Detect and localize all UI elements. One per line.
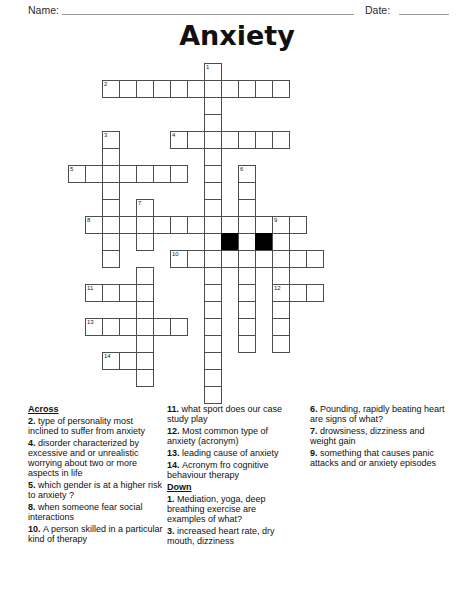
clue-across-14: 14. Acronym fro cognitive behaviour ther… [167, 460, 292, 480]
grid-cell[interactable] [102, 250, 120, 268]
grid-cell[interactable] [204, 182, 222, 200]
grid-cell[interactable] [136, 352, 154, 370]
clue-number: 2 [104, 81, 107, 87]
grid-cell[interactable] [136, 165, 154, 183]
grid-cell[interactable] [204, 301, 222, 319]
grid-cell[interactable] [153, 165, 171, 183]
grid-cell[interactable] [238, 182, 256, 200]
grid-cell[interactable] [221, 80, 239, 98]
grid-cell[interactable] [204, 80, 222, 98]
grid-cell[interactable] [102, 216, 120, 234]
grid-cell[interactable] [102, 182, 120, 200]
grid-cell[interactable] [136, 369, 154, 387]
grid-cell[interactable] [221, 216, 239, 234]
grid-cell[interactable] [153, 80, 171, 98]
grid-cell[interactable]: 10 [170, 250, 188, 268]
grid-cell[interactable] [119, 352, 137, 370]
grid-cell[interactable] [306, 284, 324, 302]
grid-cell[interactable] [255, 131, 273, 149]
grid-cell[interactable] [272, 301, 290, 319]
grid-cell[interactable]: 2 [102, 80, 120, 98]
grid-cell[interactable] [204, 97, 222, 115]
clue-number: 11 [87, 285, 93, 291]
grid-cell[interactable] [255, 250, 273, 268]
grid-cell[interactable] [136, 216, 154, 234]
grid-cell[interactable] [204, 386, 222, 404]
grid-cell[interactable] [119, 80, 137, 98]
grid-cell[interactable] [187, 216, 205, 234]
grid-cell[interactable] [204, 250, 222, 268]
clue-number: 5 [70, 166, 73, 172]
clue-across-13: 13. leading cause of anxiety [167, 448, 292, 458]
crossword-grid: 1234567891011121314 [68, 63, 324, 404]
clue-across-8: 8. when someone fear social interactions [28, 502, 164, 522]
grid-cell[interactable] [187, 250, 205, 268]
grid-cell[interactable] [238, 335, 256, 353]
grid-cell[interactable] [238, 284, 256, 302]
clue-number: 1 [206, 64, 209, 70]
grid-cell[interactable]: 5 [68, 165, 86, 183]
grid-cell[interactable] [289, 250, 307, 268]
grid-cell[interactable]: 1 [204, 63, 222, 81]
clue-down-3: 3. increased heart rate, dry mouth, dizz… [167, 526, 292, 546]
grid-cell[interactable] [238, 216, 256, 234]
grid-cell[interactable] [272, 335, 290, 353]
clue-down-9: 9. something that causes panic attacks a… [310, 448, 445, 468]
grid-cell[interactable] [204, 267, 222, 285]
grid-cell[interactable] [204, 165, 222, 183]
grid-cell[interactable] [255, 80, 273, 98]
clue-across-5: 5. which gender is at a higher risk to a… [28, 480, 164, 500]
grid-cell[interactable] [119, 318, 137, 336]
grid-cell[interactable] [136, 267, 154, 285]
clue-number: 3 [104, 132, 107, 138]
grid-cell[interactable] [204, 318, 222, 336]
black-cell [255, 233, 273, 251]
grid-cell[interactable] [204, 284, 222, 302]
grid-cell[interactable] [238, 131, 256, 149]
grid-cell[interactable] [204, 369, 222, 387]
grid-cell[interactable] [119, 216, 137, 234]
grid-cell[interactable] [187, 131, 205, 149]
grid-cell[interactable] [102, 318, 120, 336]
grid-cell[interactable]: 14 [102, 352, 120, 370]
grid-cell[interactable] [170, 80, 188, 98]
grid-cell[interactable] [272, 233, 290, 251]
grid-cell[interactable] [238, 318, 256, 336]
grid-cell[interactable]: 13 [85, 318, 103, 336]
grid-cell[interactable] [204, 148, 222, 166]
grid-cell[interactable]: 7 [136, 199, 154, 217]
grid-cell[interactable] [272, 131, 290, 149]
grid-cell[interactable] [221, 250, 239, 268]
grid-cell[interactable] [238, 267, 256, 285]
grid-cell[interactable] [272, 250, 290, 268]
grid-cell[interactable] [204, 335, 222, 353]
grid-cell[interactable] [85, 165, 103, 183]
clue-across-2: 2. type of personality most inclined to … [28, 416, 164, 436]
clue-down-6: 6. Pounding, rapidly beating heart are s… [310, 404, 445, 424]
worksheet-page: Name: Date: Anxiety 1234567891011121314 … [0, 0, 474, 613]
grid-cell[interactable] [289, 284, 307, 302]
clue-across-12: 12. Most common type of anxiety (acronym… [167, 426, 292, 446]
name-label: Name: [28, 4, 59, 16]
grid-cell[interactable]: 4 [170, 131, 188, 149]
grid-cell[interactable]: 12 [272, 284, 290, 302]
clue-column-1: Across2. type of personality most inclin… [28, 404, 164, 546]
clue-number: 7 [138, 200, 141, 206]
clues-heading-across: Across [28, 404, 164, 414]
clue-down-1: 1. Mediation, yoga, deep breathing exerc… [167, 494, 292, 524]
grid-cell[interactable] [289, 216, 307, 234]
clue-across-11: 11. what sport does our case study play [167, 404, 292, 424]
grid-cell[interactable] [272, 80, 290, 98]
grid-cell[interactable] [272, 318, 290, 336]
grid-cell[interactable] [136, 335, 154, 353]
grid-cell[interactable] [102, 199, 120, 217]
grid-cell[interactable] [238, 250, 256, 268]
grid-cell[interactable] [306, 250, 324, 268]
grid-cell[interactable] [255, 216, 273, 234]
grid-cell[interactable]: 8 [85, 216, 103, 234]
date-blank-line[interactable] [399, 2, 449, 15]
clue-number: 10 [172, 251, 179, 257]
grid-cell[interactable] [136, 80, 154, 98]
grid-cell[interactable] [119, 165, 137, 183]
grid-cell[interactable] [272, 267, 290, 285]
grid-cell[interactable] [153, 216, 171, 234]
grid-cell[interactable] [204, 216, 222, 234]
grid-cell[interactable] [221, 131, 239, 149]
puzzle-title: Anxiety [0, 20, 474, 51]
grid-cell[interactable] [238, 233, 256, 251]
grid-cell[interactable] [102, 233, 120, 251]
grid-cell[interactable] [153, 318, 171, 336]
grid-cell[interactable]: 9 [272, 216, 290, 234]
grid-cell[interactable]: 6 [238, 165, 256, 183]
clues-heading-down: Down [167, 482, 292, 492]
clue-number: 6 [240, 166, 243, 172]
clue-number: 12 [274, 285, 281, 291]
grid-cell[interactable] [204, 352, 222, 370]
grid-cell[interactable]: 3 [102, 131, 120, 149]
grid-cell[interactable] [136, 301, 154, 319]
clue-number: 9 [274, 217, 277, 223]
clue-number: 13 [87, 319, 94, 325]
grid-cell[interactable] [238, 301, 256, 319]
grid-cell[interactable] [170, 216, 188, 234]
clue-number: 4 [172, 132, 175, 138]
clue-number: 8 [87, 217, 90, 223]
grid-cell[interactable] [170, 318, 188, 336]
clue-across-10: 10. A person skilled in a particular kin… [28, 524, 164, 544]
grid-cell[interactable] [204, 199, 222, 217]
grid-cell[interactable] [238, 80, 256, 98]
clue-across-4: 4. disorder characterized by excessive a… [28, 438, 164, 478]
grid-cell[interactable] [102, 284, 120, 302]
grid-cell[interactable] [119, 284, 137, 302]
date-label: Date: [365, 4, 390, 16]
grid-cell[interactable] [204, 131, 222, 149]
clue-column-2: 11. what sport does our case study play1… [167, 404, 292, 548]
grid-cell[interactable]: 11 [85, 284, 103, 302]
grid-cell[interactable] [238, 199, 256, 217]
grid-cell[interactable] [170, 165, 188, 183]
black-cell [221, 233, 239, 251]
grid-cell[interactable] [102, 165, 120, 183]
grid-cell[interactable] [204, 114, 222, 132]
grid-cell[interactable] [136, 284, 154, 302]
clue-down-7: 7. drowsiness, dizziness and weight gain [310, 426, 445, 446]
clue-column-3: 6. Pounding, rapidly beating heart are s… [310, 404, 445, 470]
grid-cell[interactable] [136, 318, 154, 336]
name-blank-line[interactable] [62, 2, 354, 15]
grid-cell[interactable] [204, 233, 222, 251]
grid-cell[interactable] [187, 80, 205, 98]
grid-cell[interactable] [136, 233, 154, 251]
grid-cell[interactable] [102, 148, 120, 166]
clue-number: 14 [104, 353, 111, 359]
